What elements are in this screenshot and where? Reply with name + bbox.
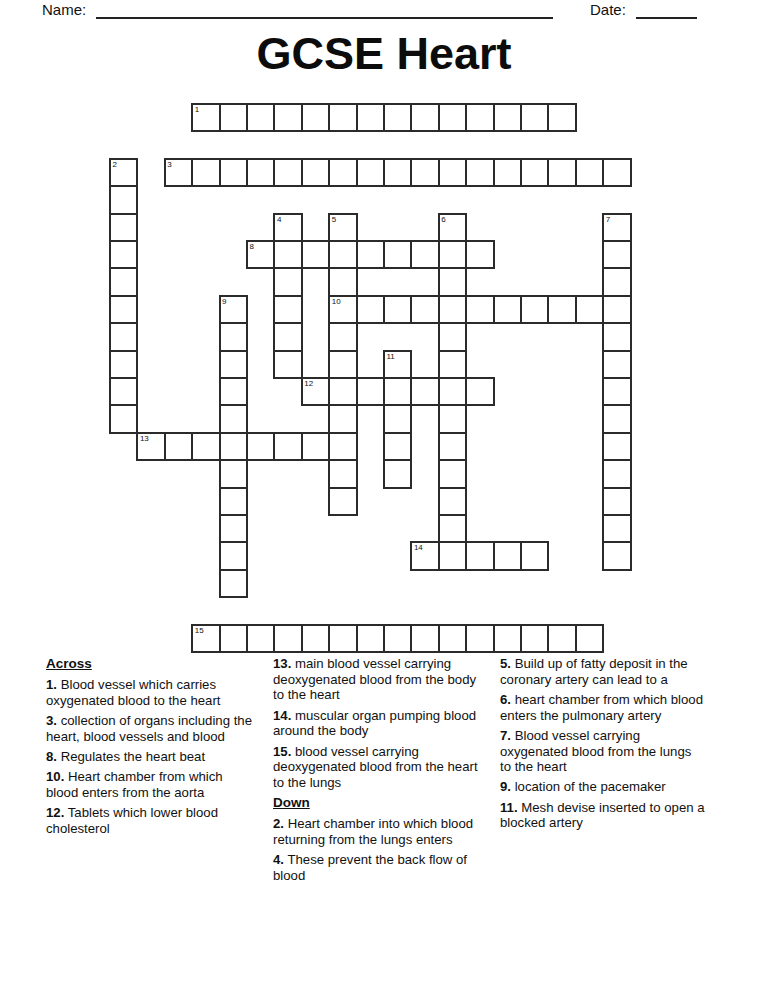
clue-number: 6. — [500, 692, 511, 707]
clue-number: 14 — [414, 543, 423, 552]
clue: 2. Heart chamber into which blood return… — [273, 816, 485, 847]
grid-cell[interactable] — [109, 322, 138, 351]
grid-cell[interactable] — [273, 624, 302, 653]
grid-cell[interactable] — [191, 432, 220, 461]
grid-cell[interactable] — [328, 103, 357, 132]
clue-number: 12. — [46, 805, 64, 820]
grid-cell[interactable] — [109, 185, 138, 214]
crossword-grid: 123456789101112131415 — [0, 0, 768, 660]
clue-number: 1. — [46, 677, 57, 692]
grid-cell[interactable] — [465, 158, 494, 187]
grid-cell[interactable] — [520, 624, 549, 653]
grid-cell[interactable] — [328, 350, 357, 379]
clue: 4. These prevent the back flow of blood — [273, 852, 485, 883]
clue-number: 15 — [195, 626, 204, 635]
grid-cell[interactable] — [219, 404, 248, 433]
grid-cell[interactable] — [383, 240, 412, 269]
grid-cell[interactable] — [383, 377, 412, 406]
grid-cell[interactable] — [547, 624, 576, 653]
clue-number: 11 — [387, 352, 395, 361]
grid-cell[interactable] — [438, 541, 467, 570]
grid-cell[interactable]: 12 — [301, 377, 330, 406]
grid-cell[interactable] — [356, 240, 385, 269]
grid-cell[interactable] — [547, 158, 576, 187]
grid-cell[interactable] — [547, 295, 576, 324]
grid-cell[interactable] — [438, 103, 467, 132]
grid-cell[interactable] — [575, 158, 604, 187]
grid-cell[interactable] — [328, 322, 357, 351]
clue-number: 2. — [273, 816, 284, 831]
grid-cell[interactable] — [356, 103, 385, 132]
clue: 12. Tablets which lower blood cholestero… — [46, 805, 253, 836]
grid-cell[interactable] — [328, 432, 357, 461]
worksheet-page: Name: Date: GCSE Heart 12345678910111213… — [0, 0, 768, 994]
clue-number: 8. — [46, 749, 57, 764]
grid-cell[interactable] — [328, 158, 357, 187]
grid-cell[interactable] — [328, 624, 357, 653]
grid-cell[interactable] — [410, 103, 439, 132]
grid-cell[interactable] — [602, 541, 631, 570]
grid-cell[interactable]: 10 — [328, 295, 357, 324]
grid-cell[interactable] — [438, 432, 467, 461]
clue: 9. location of the pacemaker — [500, 779, 705, 795]
clue-number: 7. — [500, 728, 511, 743]
grid-cell[interactable] — [383, 103, 412, 132]
grid-cell[interactable] — [109, 350, 138, 379]
grid-cell[interactable]: 15 — [191, 624, 220, 653]
clue-number: 9. — [500, 779, 511, 794]
grid-cell[interactable] — [219, 541, 248, 570]
clues-column-1: Across1. Blood vessel which carries oxyg… — [46, 656, 253, 841]
clue: 15. blood vessel carrying deoxygenated b… — [273, 744, 485, 791]
grid-cell[interactable] — [219, 158, 248, 187]
clue-number: 1 — [195, 105, 199, 114]
grid-cell[interactable] — [219, 514, 248, 543]
grid-cell[interactable] — [602, 295, 631, 324]
grid-cell[interactable] — [465, 541, 494, 570]
grid-cell[interactable] — [410, 240, 439, 269]
grid-cell[interactable] — [438, 322, 467, 351]
grid-cell[interactable] — [219, 624, 248, 653]
grid-cell[interactable] — [438, 514, 467, 543]
grid-cell[interactable] — [383, 624, 412, 653]
grid-cell[interactable] — [246, 624, 275, 653]
grid-cell[interactable]: 4 — [273, 213, 302, 242]
grid-cell[interactable] — [356, 624, 385, 653]
grid-cell[interactable] — [383, 158, 412, 187]
grid-cell[interactable] — [520, 541, 549, 570]
grid-cell[interactable]: 1 — [191, 103, 220, 132]
grid-cell[interactable]: 14 — [410, 541, 439, 570]
clue-number: 14. — [273, 708, 291, 723]
grid-cell[interactable] — [273, 267, 302, 296]
grid-cell[interactable] — [602, 432, 631, 461]
clue-number: 6 — [441, 215, 445, 224]
grid-cell[interactable] — [438, 404, 467, 433]
grid-cell[interactable] — [191, 158, 220, 187]
grid-cell[interactable]: 8 — [246, 240, 275, 269]
grid-cell[interactable] — [602, 267, 631, 296]
clue-number: 2 — [113, 160, 117, 169]
grid-cell[interactable] — [465, 103, 494, 132]
grid-cell[interactable] — [438, 459, 467, 488]
grid-cell[interactable] — [438, 487, 467, 516]
grid-cell[interactable] — [328, 267, 357, 296]
clue-number: 9 — [222, 297, 226, 306]
grid-cell[interactable] — [328, 404, 357, 433]
grid-cell[interactable] — [438, 624, 467, 653]
clue: 8. Regulates the heart beat — [46, 749, 253, 765]
grid-cell[interactable] — [273, 432, 302, 461]
clue-number: 13. — [273, 656, 291, 671]
grid-cell[interactable] — [520, 103, 549, 132]
grid-cell[interactable] — [219, 350, 248, 379]
clue-number: 7 — [606, 215, 610, 224]
grid-cell[interactable] — [109, 213, 138, 242]
grid-cell[interactable] — [410, 158, 439, 187]
grid-cell[interactable] — [547, 103, 576, 132]
grid-cell[interactable] — [356, 158, 385, 187]
grid-cell[interactable] — [246, 432, 275, 461]
clue-number: 15. — [273, 744, 291, 759]
clue: 6. heart chamber from which blood enters… — [500, 692, 705, 723]
grid-cell[interactable]: 11 — [383, 350, 412, 379]
grid-cell[interactable] — [273, 158, 302, 187]
grid-cell[interactable] — [273, 103, 302, 132]
grid-cell[interactable]: 6 — [438, 213, 467, 242]
grid-cell[interactable] — [273, 350, 302, 379]
grid-cell[interactable] — [602, 350, 631, 379]
grid-cell[interactable] — [465, 295, 494, 324]
grid-cell[interactable] — [273, 322, 302, 351]
grid-cell[interactable] — [164, 432, 193, 461]
grid-cell[interactable] — [438, 240, 467, 269]
grid-cell[interactable] — [438, 158, 467, 187]
grid-cell[interactable] — [602, 158, 631, 187]
grid-cell[interactable] — [328, 240, 357, 269]
grid-cell[interactable] — [356, 377, 385, 406]
grid-cell[interactable] — [383, 459, 412, 488]
clue-number: 8 — [250, 242, 254, 251]
grid-cell[interactable]: 7 — [602, 213, 631, 242]
clue-number: 10 — [332, 297, 341, 306]
grid-cell[interactable] — [493, 295, 522, 324]
clue: 1. Blood vessel which carries oxygenated… — [46, 677, 253, 708]
grid-cell[interactable] — [465, 624, 494, 653]
clue-number: 3. — [46, 713, 57, 728]
clue-number: 3 — [167, 160, 171, 169]
grid-cell[interactable] — [465, 240, 494, 269]
grid-cell[interactable] — [410, 377, 439, 406]
grid-cell[interactable] — [109, 377, 138, 406]
grid-cell[interactable] — [575, 624, 604, 653]
grid-cell[interactable] — [219, 377, 248, 406]
grid-cell[interactable] — [465, 377, 494, 406]
clue-number: 4 — [277, 215, 281, 224]
grid-cell[interactable]: 9 — [219, 295, 248, 324]
grid-cell[interactable] — [328, 487, 357, 516]
clues-down-heading: Down — [273, 795, 485, 811]
grid-cell[interactable] — [520, 158, 549, 187]
grid-cell[interactable] — [383, 432, 412, 461]
grid-cell[interactable] — [438, 377, 467, 406]
clue-number: 10. — [46, 769, 64, 784]
grid-cell[interactable] — [493, 541, 522, 570]
grid-cell[interactable] — [602, 404, 631, 433]
grid-cell[interactable] — [602, 459, 631, 488]
clue: 11. Mesh devise inserted to open a block… — [500, 800, 705, 831]
grid-cell[interactable] — [109, 267, 138, 296]
grid-cell[interactable] — [219, 322, 248, 351]
clue-number: 4. — [273, 852, 284, 867]
grid-cell[interactable] — [219, 569, 248, 598]
clue: 10. Heart chamber from which blood enter… — [46, 769, 253, 800]
grid-cell[interactable] — [602, 487, 631, 516]
clue: 3. collection of organs including the he… — [46, 713, 253, 744]
grid-cell[interactable] — [383, 295, 412, 324]
clue-number: 5. — [500, 656, 511, 671]
grid-cell[interactable] — [273, 295, 302, 324]
grid-cell[interactable] — [602, 322, 631, 351]
grid-cell[interactable] — [438, 295, 467, 324]
grid-cell[interactable] — [246, 103, 275, 132]
grid-cell[interactable] — [219, 487, 248, 516]
grid-cell[interactable]: 2 — [109, 158, 138, 187]
grid-cell[interactable] — [493, 103, 522, 132]
clues-across-heading: Across — [46, 656, 253, 672]
clues-column-3: 5. Build up of fatty deposit in the coro… — [500, 656, 705, 836]
grid-cell[interactable] — [438, 350, 467, 379]
grid-cell[interactable] — [602, 377, 631, 406]
grid-cell[interactable] — [575, 295, 604, 324]
clue-number: 5 — [332, 215, 336, 224]
grid-cell[interactable] — [410, 295, 439, 324]
clue: 13. main blood vessel carrying deoxygena… — [273, 656, 485, 703]
grid-cell[interactable] — [109, 404, 138, 433]
grid-cell[interactable] — [602, 240, 631, 269]
grid-cell[interactable] — [410, 624, 439, 653]
grid-cell[interactable]: 3 — [164, 158, 193, 187]
grid-cell[interactable] — [493, 158, 522, 187]
grid-cell[interactable] — [301, 158, 330, 187]
clue: 5. Build up of fatty deposit in the coro… — [500, 656, 705, 687]
grid-cell[interactable] — [273, 240, 302, 269]
grid-cell[interactable] — [328, 377, 357, 406]
clues-column-2: 13. main blood vessel carrying deoxygena… — [273, 656, 485, 888]
grid-cell[interactable] — [301, 432, 330, 461]
grid-cell[interactable] — [520, 295, 549, 324]
grid-cell[interactable] — [301, 240, 330, 269]
grid-cell[interactable] — [219, 432, 248, 461]
grid-cell[interactable] — [356, 295, 385, 324]
clue: 14. muscular organ pumping blood around … — [273, 708, 485, 739]
grid-cell[interactable] — [602, 514, 631, 543]
clue-number: 12 — [304, 379, 313, 388]
grid-cell[interactable] — [109, 295, 138, 324]
grid-cell[interactable] — [219, 459, 248, 488]
grid-cell[interactable] — [301, 624, 330, 653]
clue: 7. Blood vessel carrying oxygenated bloo… — [500, 728, 705, 775]
grid-cell[interactable] — [246, 158, 275, 187]
grid-cell[interactable] — [301, 103, 330, 132]
clue-number: 11. — [500, 800, 518, 815]
grid-cell[interactable] — [328, 459, 357, 488]
clue-number: 13 — [140, 434, 149, 443]
grid-cell[interactable] — [109, 240, 138, 269]
grid-cell[interactable] — [493, 624, 522, 653]
grid-cell[interactable] — [438, 267, 467, 296]
grid-cell[interactable] — [383, 404, 412, 433]
grid-cell[interactable] — [219, 103, 248, 132]
grid-cell[interactable]: 13 — [136, 432, 165, 461]
grid-cell[interactable]: 5 — [328, 213, 357, 242]
